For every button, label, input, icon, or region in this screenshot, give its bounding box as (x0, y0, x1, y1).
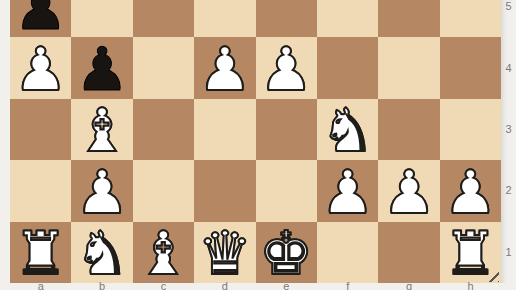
white-knight-b1[interactable]: ♞ (75, 223, 129, 283)
square-e3[interactable] (256, 99, 317, 160)
square-c1[interactable]: ♝ (133, 222, 194, 283)
square-f3[interactable]: ♞ (317, 99, 378, 160)
square-b3[interactable]: ♝ (71, 99, 132, 160)
white-pawn-b2[interactable]: ♟ (75, 162, 129, 222)
square-e4[interactable]: ♟ (256, 37, 317, 98)
white-pawn-g2[interactable]: ♟ (382, 162, 436, 222)
square-g3[interactable] (378, 99, 439, 160)
black-pawn-a5[interactable]: ♟ (14, 0, 68, 38)
square-a1[interactable]: ♜ (10, 222, 71, 283)
square-h3[interactable] (440, 99, 501, 160)
black-pawn-b4[interactable]: ♟ (75, 39, 129, 99)
white-rook-a1[interactable]: ♜ (14, 223, 68, 283)
square-f4[interactable] (317, 37, 378, 98)
square-a2[interactable] (10, 160, 71, 221)
square-a5[interactable]: ♟ (10, 0, 71, 37)
rank-label-1: 1 (501, 246, 516, 259)
square-g5[interactable] (378, 0, 439, 37)
white-pawn-d4[interactable]: ♟ (198, 39, 252, 99)
chess-board-viewport: ♟♟♟♟♟♝♞♟♟♟♟♜♞♝♛♚♜ 54321abcdefgh (0, 0, 516, 290)
square-c2[interactable] (133, 160, 194, 221)
square-d3[interactable] (194, 99, 255, 160)
square-f1[interactable] (317, 222, 378, 283)
square-e5[interactable] (256, 0, 317, 37)
file-label-b: b (92, 281, 112, 290)
file-label-d: d (215, 281, 235, 290)
square-f5[interactable] (317, 0, 378, 37)
white-bishop-b3[interactable]: ♝ (75, 100, 129, 160)
square-e1[interactable]: ♚ (256, 222, 317, 283)
square-g4[interactable] (378, 37, 439, 98)
file-label-c: c (154, 281, 174, 290)
square-h1[interactable]: ♜ (440, 222, 501, 283)
square-c3[interactable] (133, 99, 194, 160)
square-b4[interactable]: ♟ (71, 37, 132, 98)
rank-label-4: 4 (501, 62, 516, 75)
white-bishop-c1[interactable]: ♝ (137, 223, 191, 283)
rank-label-3: 3 (501, 123, 516, 136)
square-b1[interactable]: ♞ (71, 222, 132, 283)
square-h2[interactable]: ♟ (440, 160, 501, 221)
white-rook-h1[interactable]: ♜ (444, 223, 498, 283)
square-e2[interactable] (256, 160, 317, 221)
square-b5[interactable] (71, 0, 132, 37)
square-g2[interactable]: ♟ (378, 160, 439, 221)
white-pawn-a4[interactable]: ♟ (14, 39, 68, 99)
square-a3[interactable] (10, 99, 71, 160)
file-label-f: f (338, 281, 358, 290)
white-knight-f3[interactable]: ♞ (321, 100, 375, 160)
square-h4[interactable] (440, 37, 501, 98)
file-label-a: a (31, 281, 51, 290)
square-d4[interactable]: ♟ (194, 37, 255, 98)
square-d5[interactable] (194, 0, 255, 37)
white-pawn-h2[interactable]: ♟ (444, 162, 498, 222)
file-label-g: g (399, 281, 419, 290)
white-king-e1[interactable]: ♚ (259, 223, 313, 283)
white-pawn-f2[interactable]: ♟ (321, 162, 375, 222)
file-label-h: h (461, 281, 481, 290)
square-g1[interactable] (378, 222, 439, 283)
rank-label-5: 5 (501, 0, 516, 13)
file-label-e: e (276, 281, 296, 290)
square-c4[interactable] (133, 37, 194, 98)
square-d1[interactable]: ♛ (194, 222, 255, 283)
square-h5[interactable] (440, 0, 501, 37)
square-b2[interactable]: ♟ (71, 160, 132, 221)
rank-label-2: 2 (501, 184, 516, 197)
square-a4[interactable]: ♟ (10, 37, 71, 98)
square-c5[interactable] (133, 0, 194, 37)
square-f2[interactable]: ♟ (317, 160, 378, 221)
square-d2[interactable] (194, 160, 255, 221)
white-queen-d1[interactable]: ♛ (198, 223, 252, 283)
chess-board[interactable]: ♟♟♟♟♟♝♞♟♟♟♟♜♞♝♛♚♜ (10, 0, 501, 283)
white-pawn-e4[interactable]: ♟ (259, 39, 313, 99)
